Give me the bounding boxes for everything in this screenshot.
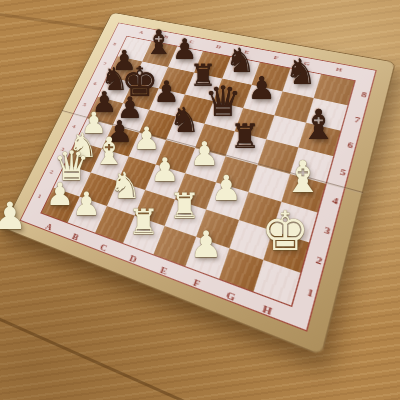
piece-black-pawn[interactable]: ♟ bbox=[248, 74, 276, 105]
piece-white-pawn[interactable]: ♟ bbox=[190, 138, 219, 171]
piece-white-pawn[interactable]: ♟ bbox=[72, 188, 101, 220]
piece-white-pawn[interactable]: ♟ bbox=[211, 172, 242, 207]
piece-white-pawn[interactable]: ♟ bbox=[0, 198, 27, 236]
piece-white-pawn[interactable]: ♟ bbox=[46, 179, 74, 210]
piece-white-knight[interactable]: ♞ bbox=[109, 168, 142, 204]
piece-black-knight[interactable]: ♞ bbox=[285, 54, 317, 89]
piece-white-pawn[interactable]: ♟ bbox=[190, 227, 223, 264]
piece-white-bishop[interactable]: ♝ bbox=[283, 156, 322, 200]
piece-black-bishop[interactable]: ♝ bbox=[300, 104, 337, 146]
piece-black-rook[interactable]: ♜ bbox=[230, 120, 260, 154]
piece-white-pawn[interactable]: ♟ bbox=[133, 123, 161, 154]
piece-white-rook[interactable]: ♜ bbox=[128, 206, 159, 241]
photo-scene: AABBCCDDEEFFGGHH1122334455667788 ♝♟♞♞♟♜♟… bbox=[0, 0, 400, 400]
piece-black-knight[interactable]: ♞ bbox=[169, 103, 200, 138]
piece-white-pawn[interactable]: ♟ bbox=[150, 155, 179, 188]
piece-black-bishop[interactable]: ♝ bbox=[144, 26, 174, 60]
rank-label: 7 bbox=[354, 115, 361, 124]
rank-label: 8 bbox=[360, 90, 367, 98]
piece-white-rook[interactable]: ♜ bbox=[169, 188, 200, 223]
piece-white-king[interactable]: ♚ bbox=[261, 205, 309, 259]
rank-label: 6 bbox=[346, 141, 354, 150]
